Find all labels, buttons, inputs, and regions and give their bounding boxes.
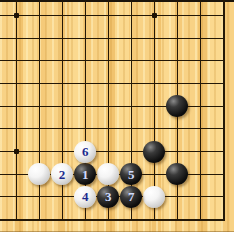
move-number: 2	[59, 168, 66, 181]
grid-hline	[0, 15, 225, 16]
stone-white-o3[interactable]	[97, 163, 119, 185]
stone-white-l3[interactable]	[28, 163, 50, 185]
stone-black-3-o2[interactable]: 3	[97, 186, 119, 208]
stone-black-r3[interactable]	[166, 163, 188, 185]
move-number: 4	[82, 190, 89, 203]
grid-vline	[62, 0, 63, 221]
grid-hline	[0, 83, 225, 84]
grid-vline	[200, 0, 201, 221]
stone-white-2-m3[interactable]: 2	[51, 163, 73, 185]
board-right-edge-line	[223, 0, 225, 221]
star-point	[14, 149, 19, 154]
stone-black-5-p3[interactable]: 5	[120, 163, 142, 185]
stone-white-q2[interactable]	[143, 186, 165, 208]
bottom-crop-shade	[0, 231, 234, 232]
move-number: 3	[105, 190, 112, 203]
star-point	[152, 13, 157, 18]
move-number: 6	[82, 145, 89, 158]
stone-black-7-p2[interactable]: 7	[120, 186, 142, 208]
grid-hline	[0, 60, 225, 61]
stone-black-q4[interactable]	[143, 141, 165, 163]
grid-vline	[16, 0, 17, 221]
board-bottom-edge-line	[0, 219, 225, 221]
grid-vline	[39, 0, 40, 221]
stone-black-r6[interactable]	[166, 95, 188, 117]
move-number: 5	[128, 168, 135, 181]
grid-hline	[0, 151, 225, 152]
grid-hline	[0, 38, 225, 39]
move-number: 1	[82, 168, 89, 181]
stone-white-4-n2[interactable]: 4	[74, 186, 96, 208]
stone-black-1-n3[interactable]: 1	[74, 163, 96, 185]
star-point	[14, 13, 19, 18]
top-crop-border	[0, 0, 234, 2]
move-number: 7	[128, 190, 135, 203]
stone-white-6-n4[interactable]: 6	[74, 141, 96, 163]
go-board[interactable]: 1234567	[0, 0, 234, 232]
grid-hline	[0, 128, 225, 129]
grid-hline	[0, 106, 225, 107]
